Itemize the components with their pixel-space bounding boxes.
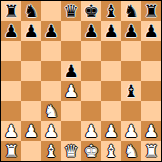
square-e3[interactable]: [81, 101, 101, 121]
white-king[interactable]: ♚: [83, 141, 98, 161]
square-g1[interactable]: ♞: [121, 141, 141, 161]
white-pawn[interactable]: ♟: [83, 121, 98, 141]
square-e5[interactable]: [81, 61, 101, 81]
square-d3[interactable]: [61, 101, 81, 121]
square-c4[interactable]: [41, 81, 61, 101]
square-b6[interactable]: [21, 41, 41, 61]
square-c7[interactable]: ♟: [41, 21, 61, 41]
square-g4[interactable]: ♝: [121, 81, 141, 101]
square-f6[interactable]: [101, 41, 121, 61]
white-pawn[interactable]: ♟: [123, 121, 138, 141]
square-h6[interactable]: [141, 41, 161, 61]
black-pawn[interactable]: ♟: [123, 21, 138, 41]
chess-board: ♜♞♛♚♝♞♜♟♟♟♟♟♟♟♟♟♝♞♟♟♟♟♟♟♟♜♝♛♚♝♞♜: [0, 0, 162, 162]
square-g8[interactable]: ♞: [121, 1, 141, 21]
square-a1[interactable]: ♜: [1, 141, 21, 161]
black-pawn[interactable]: ♟: [43, 21, 58, 41]
square-h8[interactable]: ♜: [141, 1, 161, 21]
square-b8[interactable]: ♞: [21, 1, 41, 21]
square-e4[interactable]: [81, 81, 101, 101]
square-g7[interactable]: ♟: [121, 21, 141, 41]
square-b1[interactable]: [21, 141, 41, 161]
square-f7[interactable]: ♟: [101, 21, 121, 41]
white-pawn[interactable]: ♟: [103, 121, 118, 141]
square-b7[interactable]: ♟: [21, 21, 41, 41]
black-rook[interactable]: ♜: [3, 1, 18, 21]
black-pawn[interactable]: ♟: [103, 21, 118, 41]
square-b3[interactable]: [21, 101, 41, 121]
square-f1[interactable]: ♝: [101, 141, 121, 161]
square-e2[interactable]: ♟: [81, 121, 101, 141]
square-c8[interactable]: [41, 1, 61, 21]
square-f3[interactable]: [101, 101, 121, 121]
square-d2[interactable]: [61, 121, 81, 141]
square-a2[interactable]: ♟: [1, 121, 21, 141]
square-h1[interactable]: ♜: [141, 141, 161, 161]
black-bishop[interactable]: ♝: [103, 1, 118, 21]
square-g2[interactable]: ♟: [121, 121, 141, 141]
square-c1[interactable]: ♝: [41, 141, 61, 161]
white-pawn[interactable]: ♟: [63, 81, 78, 101]
square-d4[interactable]: ♟: [61, 81, 81, 101]
black-pawn[interactable]: ♟: [3, 21, 18, 41]
square-f4[interactable]: [101, 81, 121, 101]
black-bishop[interactable]: ♝: [123, 81, 138, 101]
black-knight[interactable]: ♞: [123, 1, 138, 21]
square-c2[interactable]: ♟: [41, 121, 61, 141]
white-pawn[interactable]: ♟: [23, 121, 38, 141]
black-pawn[interactable]: ♟: [83, 21, 98, 41]
square-f8[interactable]: ♝: [101, 1, 121, 21]
square-g3[interactable]: [121, 101, 141, 121]
square-e7[interactable]: ♟: [81, 21, 101, 41]
white-pawn[interactable]: ♟: [3, 121, 18, 141]
square-d7[interactable]: [61, 21, 81, 41]
square-d6[interactable]: [61, 41, 81, 61]
white-pawn[interactable]: ♟: [43, 121, 58, 141]
black-pawn[interactable]: ♟: [23, 21, 38, 41]
square-e1[interactable]: ♚: [81, 141, 101, 161]
square-a8[interactable]: ♜: [1, 1, 21, 21]
white-rook[interactable]: ♜: [3, 141, 18, 161]
square-d1[interactable]: ♛: [61, 141, 81, 161]
black-pawn[interactable]: ♟: [143, 21, 158, 41]
square-a6[interactable]: [1, 41, 21, 61]
white-queen[interactable]: ♛: [63, 141, 78, 161]
square-a7[interactable]: ♟: [1, 21, 21, 41]
square-b5[interactable]: [21, 61, 41, 81]
square-h2[interactable]: ♟: [141, 121, 161, 141]
square-d5[interactable]: ♟: [61, 61, 81, 81]
square-h4[interactable]: [141, 81, 161, 101]
square-c5[interactable]: [41, 61, 61, 81]
square-g5[interactable]: [121, 61, 141, 81]
white-knight[interactable]: ♞: [43, 101, 58, 121]
white-bishop[interactable]: ♝: [43, 141, 58, 161]
white-bishop[interactable]: ♝: [103, 141, 118, 161]
square-g6[interactable]: [121, 41, 141, 61]
square-a5[interactable]: [1, 61, 21, 81]
square-e6[interactable]: [81, 41, 101, 61]
white-pawn[interactable]: ♟: [143, 121, 158, 141]
square-f5[interactable]: [101, 61, 121, 81]
black-knight[interactable]: ♞: [23, 1, 38, 21]
square-c6[interactable]: [41, 41, 61, 61]
square-d8[interactable]: ♛: [61, 1, 81, 21]
square-a4[interactable]: [1, 81, 21, 101]
black-king[interactable]: ♚: [83, 1, 98, 21]
square-h5[interactable]: [141, 61, 161, 81]
black-pawn[interactable]: ♟: [63, 61, 78, 81]
square-f2[interactable]: ♟: [101, 121, 121, 141]
square-b2[interactable]: ♟: [21, 121, 41, 141]
square-c3[interactable]: ♞: [41, 101, 61, 121]
white-rook[interactable]: ♜: [143, 141, 158, 161]
square-b4[interactable]: [21, 81, 41, 101]
black-rook[interactable]: ♜: [143, 1, 158, 21]
square-h3[interactable]: [141, 101, 161, 121]
square-a3[interactable]: [1, 101, 21, 121]
black-queen[interactable]: ♛: [63, 1, 78, 21]
white-knight[interactable]: ♞: [123, 141, 138, 161]
square-e8[interactable]: ♚: [81, 1, 101, 21]
square-h7[interactable]: ♟: [141, 21, 161, 41]
